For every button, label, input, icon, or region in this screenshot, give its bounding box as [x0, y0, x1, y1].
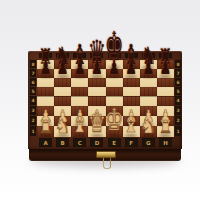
- right-rank-label-5: 5: [175, 87, 181, 95]
- left-rank-label-5: 5: [30, 87, 36, 95]
- piece-white-bishop[interactable]: ♝: [123, 114, 139, 136]
- piece-white-knight[interactable]: ♞: [55, 116, 71, 136]
- square-c5[interactable]: [71, 87, 88, 96]
- file-label-g: G: [142, 138, 155, 147]
- square-c6[interactable]: [71, 78, 88, 87]
- square-h5[interactable]: [157, 87, 174, 96]
- square-h6[interactable]: [157, 78, 174, 87]
- file-label-h: H: [159, 138, 172, 147]
- photo-stage: ABCDEFGH8877665544332211 ♜♞♝♛♚♝♞♜♟♟♟♟♟♟♟…: [0, 0, 200, 200]
- square-d6[interactable]: [88, 78, 105, 87]
- piece-black-pawn[interactable]: ♟: [91, 58, 103, 78]
- right-rank-label-3: 3: [175, 106, 181, 115]
- piece-black-pawn[interactable]: ♟: [40, 58, 52, 78]
- square-b5[interactable]: [54, 87, 71, 96]
- square-f6[interactable]: [123, 78, 140, 87]
- piece-black-pawn[interactable]: ♟: [108, 58, 120, 78]
- square-a4[interactable]: [37, 96, 54, 106]
- square-b6[interactable]: [54, 78, 71, 87]
- file-label-f: F: [125, 138, 138, 147]
- piece-white-rook[interactable]: ♜: [158, 118, 172, 136]
- right-rank-label-1: 1: [175, 126, 181, 136]
- file-label-e: E: [108, 138, 121, 147]
- right-rank-label-8: 8: [175, 60, 181, 68]
- square-e5[interactable]: [106, 87, 123, 96]
- square-a6[interactable]: [37, 78, 54, 87]
- left-rank-label-7: 7: [30, 69, 36, 77]
- square-f5[interactable]: [123, 87, 140, 96]
- left-rank-label-2: 2: [30, 116, 36, 125]
- right-rank-label-2: 2: [175, 116, 181, 125]
- right-rank-label-4: 4: [175, 96, 181, 105]
- square-g5[interactable]: [140, 87, 157, 96]
- right-rank-label-7: 7: [175, 69, 181, 77]
- piece-white-rook[interactable]: ♜: [38, 118, 52, 136]
- brass-latch-icon: [96, 151, 116, 158]
- piece-white-king[interactable]: ♚: [105, 106, 124, 136]
- square-f4[interactable]: [123, 96, 140, 106]
- piece-black-pawn[interactable]: ♟: [57, 58, 69, 78]
- piece-black-pawn[interactable]: ♟: [74, 58, 86, 78]
- piece-black-pawn[interactable]: ♟: [142, 58, 154, 78]
- right-rank-label-6: 6: [175, 78, 181, 86]
- board-fold-seam: [29, 96, 181, 97]
- square-g4[interactable]: [140, 96, 157, 106]
- file-label-b: B: [56, 138, 69, 147]
- left-rank-label-4: 4: [30, 96, 36, 105]
- piece-white-bishop[interactable]: ♝: [72, 114, 88, 136]
- square-g6[interactable]: [140, 78, 157, 87]
- square-h4[interactable]: [157, 96, 174, 106]
- left-rank-label-6: 6: [30, 78, 36, 86]
- square-d4[interactable]: [88, 96, 105, 106]
- file-label-d: D: [90, 138, 103, 147]
- piece-black-pawn[interactable]: ♟: [125, 58, 137, 78]
- piece-white-knight[interactable]: ♞: [140, 116, 156, 136]
- square-a5[interactable]: [37, 87, 54, 96]
- square-d5[interactable]: [88, 87, 105, 96]
- square-e6[interactable]: [106, 78, 123, 87]
- file-label-c: C: [73, 138, 86, 147]
- square-c4[interactable]: [71, 96, 88, 106]
- left-rank-label-8: 8: [30, 60, 36, 68]
- file-label-a: A: [39, 138, 52, 147]
- left-rank-label-3: 3: [30, 106, 36, 115]
- brass-latch-hook-icon: [103, 158, 111, 169]
- left-rank-label-1: 1: [30, 126, 36, 136]
- square-b4[interactable]: [54, 96, 71, 106]
- piece-white-queen[interactable]: ♛: [88, 110, 106, 136]
- piece-black-pawn[interactable]: ♟: [160, 58, 172, 78]
